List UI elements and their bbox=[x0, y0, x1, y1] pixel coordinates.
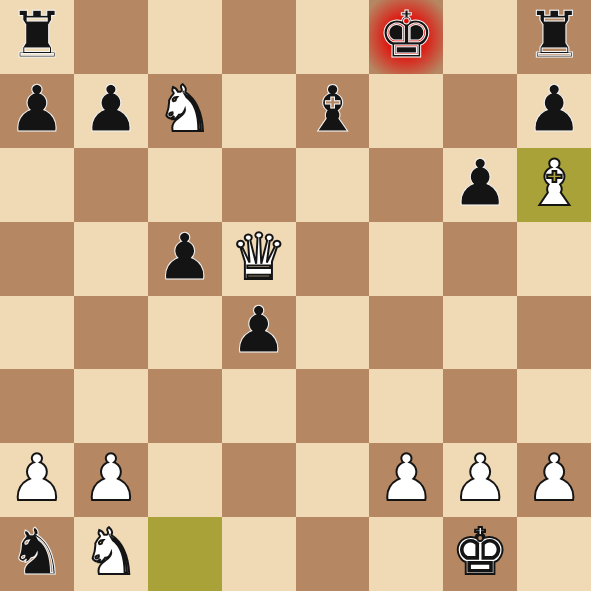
square-b6[interactable] bbox=[74, 148, 148, 222]
white-pawn[interactable]: ♟ bbox=[525, 446, 582, 510]
square-b7[interactable]: ♟ bbox=[74, 74, 148, 148]
black-knight[interactable]: ♞ bbox=[8, 520, 65, 584]
square-h6[interactable]: ♝ bbox=[517, 148, 591, 222]
square-d5[interactable]: ♛ bbox=[222, 222, 296, 296]
square-a5[interactable] bbox=[0, 222, 74, 296]
black-rook[interactable]: ♜ bbox=[8, 3, 65, 67]
square-g7[interactable] bbox=[443, 74, 517, 148]
square-f8[interactable]: ♚ bbox=[369, 0, 443, 74]
square-b4[interactable] bbox=[74, 296, 148, 370]
square-d3[interactable] bbox=[222, 369, 296, 443]
square-h1[interactable] bbox=[517, 517, 591, 591]
square-b5[interactable] bbox=[74, 222, 148, 296]
white-bishop[interactable]: ♝ bbox=[525, 151, 582, 215]
black-bishop[interactable]: ♝ bbox=[304, 77, 361, 141]
square-g1[interactable]: ♚ bbox=[443, 517, 517, 591]
square-a7[interactable]: ♟ bbox=[0, 74, 74, 148]
black-pawn[interactable]: ♟ bbox=[82, 77, 139, 141]
white-pawn[interactable]: ♟ bbox=[8, 446, 65, 510]
black-pawn[interactable]: ♟ bbox=[156, 225, 213, 289]
white-pawn[interactable]: ♟ bbox=[378, 446, 435, 510]
square-d4[interactable]: ♟ bbox=[222, 296, 296, 370]
square-d2[interactable] bbox=[222, 443, 296, 517]
square-g8[interactable] bbox=[443, 0, 517, 74]
square-c7[interactable]: ♞ bbox=[148, 74, 222, 148]
white-king[interactable]: ♚ bbox=[452, 520, 509, 584]
square-a3[interactable] bbox=[0, 369, 74, 443]
white-pawn[interactable]: ♟ bbox=[82, 446, 139, 510]
square-d1[interactable] bbox=[222, 517, 296, 591]
square-d6[interactable] bbox=[222, 148, 296, 222]
square-e8[interactable] bbox=[296, 0, 370, 74]
square-h7[interactable]: ♟ bbox=[517, 74, 591, 148]
square-c1[interactable] bbox=[148, 517, 222, 591]
square-g5[interactable] bbox=[443, 222, 517, 296]
white-pawn[interactable]: ♟ bbox=[452, 446, 509, 510]
square-c6[interactable] bbox=[148, 148, 222, 222]
white-queen[interactable]: ♛ bbox=[230, 225, 287, 289]
square-f6[interactable] bbox=[369, 148, 443, 222]
square-g2[interactable]: ♟ bbox=[443, 443, 517, 517]
square-c3[interactable] bbox=[148, 369, 222, 443]
black-king[interactable]: ♚ bbox=[378, 3, 435, 67]
square-b8[interactable] bbox=[74, 0, 148, 74]
square-a2[interactable]: ♟ bbox=[0, 443, 74, 517]
square-d7[interactable] bbox=[222, 74, 296, 148]
square-f5[interactable] bbox=[369, 222, 443, 296]
white-knight[interactable]: ♞ bbox=[156, 77, 213, 141]
black-pawn[interactable]: ♟ bbox=[525, 77, 582, 141]
chess-board: ♜♚♜♟♟♞♝♟♟♝♟♛♟♟♟♟♟♟♞♞♚ bbox=[0, 0, 591, 591]
square-e5[interactable] bbox=[296, 222, 370, 296]
square-c5[interactable]: ♟ bbox=[148, 222, 222, 296]
square-g6[interactable]: ♟ bbox=[443, 148, 517, 222]
square-f7[interactable] bbox=[369, 74, 443, 148]
square-e7[interactable]: ♝ bbox=[296, 74, 370, 148]
square-a6[interactable] bbox=[0, 148, 74, 222]
square-b3[interactable] bbox=[74, 369, 148, 443]
square-e2[interactable] bbox=[296, 443, 370, 517]
square-h2[interactable]: ♟ bbox=[517, 443, 591, 517]
square-e6[interactable] bbox=[296, 148, 370, 222]
square-f4[interactable] bbox=[369, 296, 443, 370]
square-a4[interactable] bbox=[0, 296, 74, 370]
square-g3[interactable] bbox=[443, 369, 517, 443]
square-e4[interactable] bbox=[296, 296, 370, 370]
black-pawn[interactable]: ♟ bbox=[230, 298, 287, 362]
square-b2[interactable]: ♟ bbox=[74, 443, 148, 517]
square-g4[interactable] bbox=[443, 296, 517, 370]
square-f1[interactable] bbox=[369, 517, 443, 591]
square-f2[interactable]: ♟ bbox=[369, 443, 443, 517]
square-h4[interactable] bbox=[517, 296, 591, 370]
square-h3[interactable] bbox=[517, 369, 591, 443]
square-c8[interactable] bbox=[148, 0, 222, 74]
black-rook[interactable]: ♜ bbox=[525, 3, 582, 67]
square-e1[interactable] bbox=[296, 517, 370, 591]
square-f3[interactable] bbox=[369, 369, 443, 443]
square-c2[interactable] bbox=[148, 443, 222, 517]
square-e3[interactable] bbox=[296, 369, 370, 443]
square-h5[interactable] bbox=[517, 222, 591, 296]
square-c4[interactable] bbox=[148, 296, 222, 370]
black-pawn[interactable]: ♟ bbox=[452, 151, 509, 215]
white-knight[interactable]: ♞ bbox=[82, 520, 139, 584]
square-d8[interactable] bbox=[222, 0, 296, 74]
square-b1[interactable]: ♞ bbox=[74, 517, 148, 591]
square-a8[interactable]: ♜ bbox=[0, 0, 74, 74]
black-pawn[interactable]: ♟ bbox=[8, 77, 65, 141]
square-a1[interactable]: ♞ bbox=[0, 517, 74, 591]
square-h8[interactable]: ♜ bbox=[517, 0, 591, 74]
